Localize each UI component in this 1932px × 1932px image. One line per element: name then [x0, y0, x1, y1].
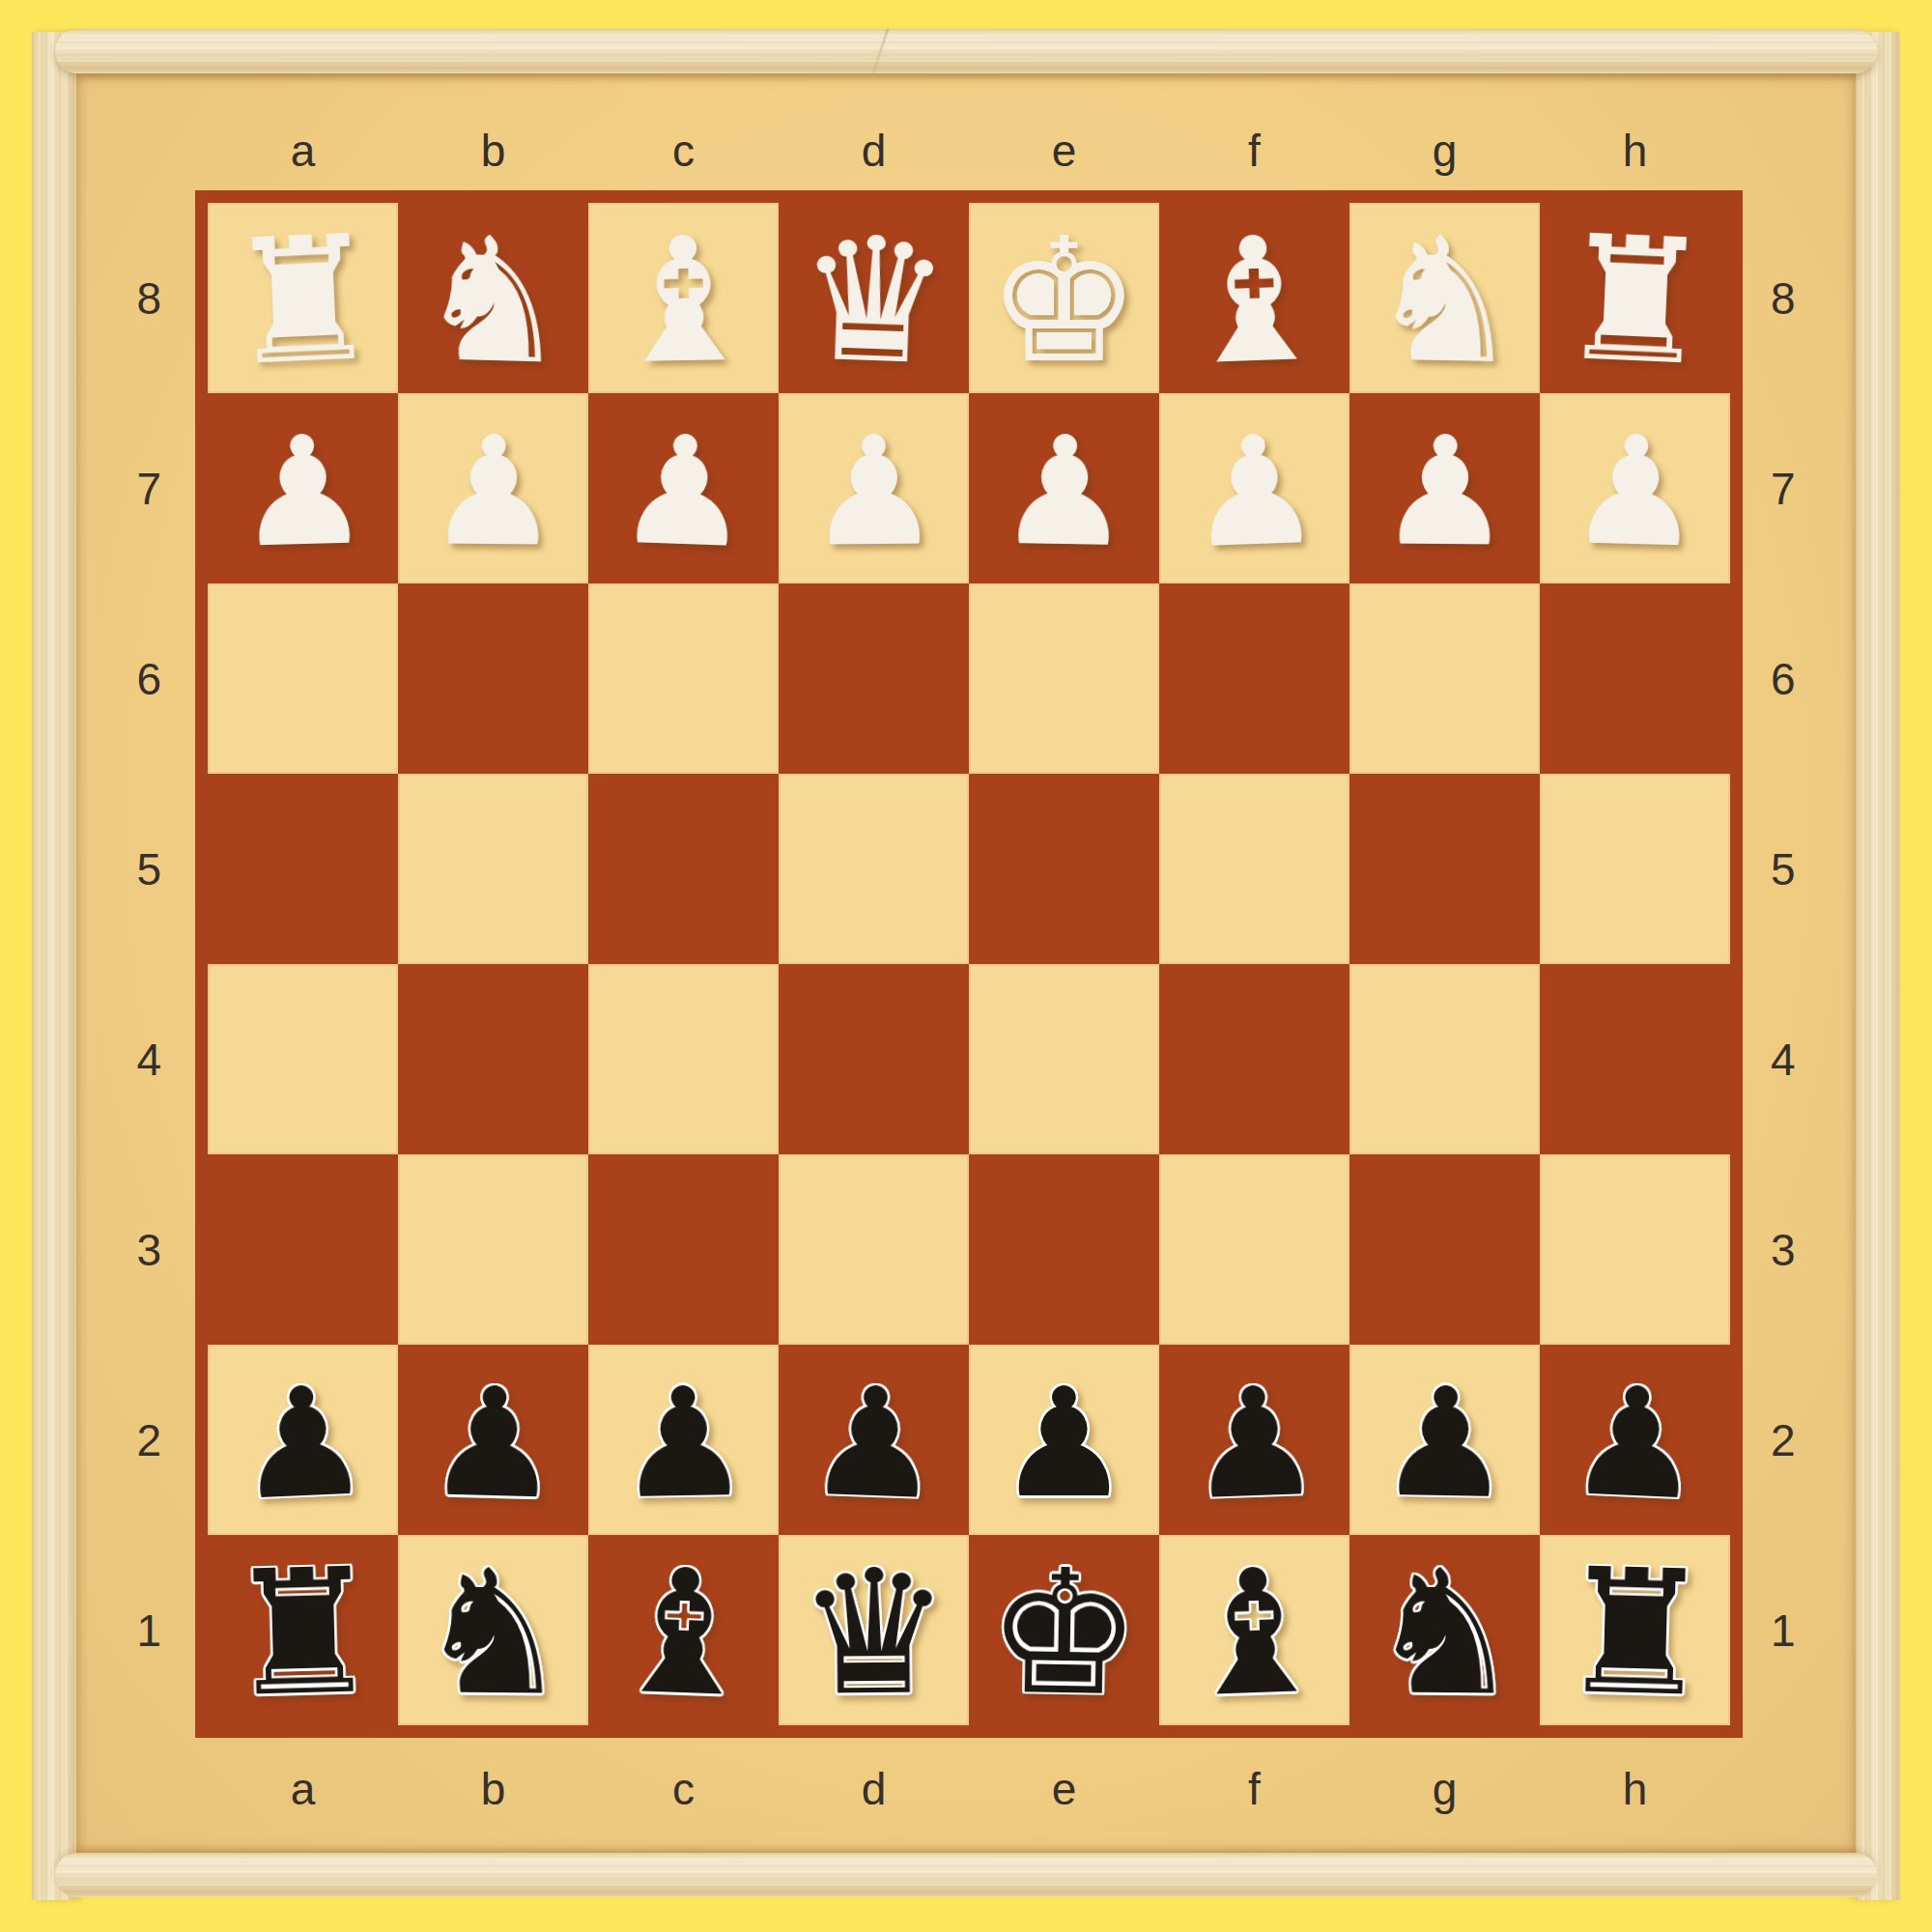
chess-board: ♜♞♝♛♚♝♞♜♟♟♟♟♟♟♟♟♟♟♟♟♟♟♟♟♜♞♝♛♚♝♞♜: [195, 190, 1743, 1738]
file-label-top-g: g: [1350, 125, 1540, 190]
square-e4[interactable]: [969, 964, 1159, 1154]
rank-label-left-7: 7: [136, 463, 194, 515]
black-knight[interactable]: ♞: [415, 1547, 571, 1719]
square-c2[interactable]: ♟: [588, 1345, 779, 1535]
white-pawn[interactable]: ♟: [1184, 413, 1324, 569]
wooden-frame-left-bar: [32, 32, 76, 1900]
black-queen[interactable]: ♛: [796, 1547, 952, 1719]
file-label-bottom-f: f: [1159, 1738, 1350, 1815]
wooden-frame-top-dowel: [55, 29, 1877, 73]
black-pawn[interactable]: ♟: [997, 1368, 1132, 1519]
square-e1[interactable]: ♚: [969, 1535, 1159, 1725]
rank-label-right-1: 1: [1738, 1605, 1796, 1657]
file-label-bottom-d: d: [779, 1738, 969, 1815]
square-g2[interactable]: ♟: [1350, 1345, 1540, 1535]
black-pawn[interactable]: ♟: [804, 1365, 944, 1520]
white-rook[interactable]: ♜: [222, 212, 384, 390]
black-pawn[interactable]: ♟: [1564, 1365, 1706, 1521]
square-b1[interactable]: ♞: [398, 1535, 588, 1725]
rank-labels-left: 87654321: [76, 203, 194, 1725]
file-label-bottom-h: h: [1540, 1738, 1730, 1815]
black-pawn[interactable]: ♟: [1376, 1366, 1514, 1519]
rank-label-right-2: 2: [1738, 1414, 1796, 1466]
square-f3[interactable]: [1159, 1154, 1350, 1345]
file-label-bottom-b: b: [398, 1738, 588, 1815]
dowel-joint-seam: [872, 29, 890, 73]
white-rook[interactable]: ♜: [1554, 212, 1716, 390]
square-h3[interactable]: [1540, 1154, 1730, 1345]
white-knight[interactable]: ♞: [413, 213, 572, 388]
square-f6[interactable]: [1159, 583, 1350, 774]
rank-label-right-5: 5: [1738, 843, 1796, 895]
square-g3[interactable]: [1350, 1154, 1540, 1345]
white-pawn[interactable]: ♟: [234, 414, 373, 569]
black-knight[interactable]: ♞: [1367, 1547, 1522, 1719]
square-h5[interactable]: [1540, 774, 1730, 964]
square-d2[interactable]: ♟: [779, 1345, 969, 1535]
square-f2[interactable]: ♟: [1159, 1345, 1350, 1535]
square-g4[interactable]: [1350, 964, 1540, 1154]
rank-label-right-8: 8: [1738, 272, 1796, 325]
square-f5[interactable]: [1159, 774, 1350, 964]
white-pawn[interactable]: ♟: [1565, 414, 1704, 569]
white-pawn[interactable]: ♟: [425, 415, 561, 567]
rank-labels-right: 87654321: [1738, 203, 1856, 1725]
white-knight[interactable]: ♞: [1366, 213, 1523, 388]
square-d6[interactable]: [779, 583, 969, 774]
rank-label-left-2: 2: [136, 1414, 194, 1466]
square-e8[interactable]: ♚: [969, 203, 1159, 393]
square-c3[interactable]: [588, 1154, 779, 1345]
file-label-bottom-e: e: [969, 1738, 1159, 1815]
square-c5[interactable]: [588, 774, 779, 964]
black-bishop[interactable]: ♝: [1175, 1545, 1335, 1721]
white-pawn[interactable]: ♟: [1377, 415, 1513, 567]
square-a2[interactable]: ♟: [208, 1345, 398, 1535]
square-b8[interactable]: ♞: [398, 203, 588, 393]
file-label-top-a: a: [208, 125, 398, 190]
file-label-top-h: h: [1540, 125, 1730, 190]
rank-label-left-3: 3: [136, 1224, 194, 1276]
square-a6[interactable]: [208, 583, 398, 774]
black-rook[interactable]: ♜: [1555, 1545, 1714, 1720]
square-a4[interactable]: [208, 964, 398, 1154]
square-d3[interactable]: [779, 1154, 969, 1345]
square-c1[interactable]: ♝: [588, 1535, 779, 1725]
white-bishop[interactable]: ♝: [1175, 213, 1335, 389]
black-rook[interactable]: ♜: [223, 1545, 382, 1720]
square-h4[interactable]: [1540, 964, 1730, 1154]
rank-label-left-1: 1: [136, 1605, 194, 1657]
square-c4[interactable]: [588, 964, 779, 1154]
square-f7[interactable]: ♟: [1159, 393, 1350, 583]
square-d8[interactable]: ♛: [779, 203, 969, 393]
square-h8[interactable]: ♜: [1540, 203, 1730, 393]
rank-label-right-3: 3: [1738, 1224, 1796, 1276]
square-g8[interactable]: ♞: [1350, 203, 1540, 393]
file-label-bottom-a: a: [208, 1738, 398, 1815]
square-d4[interactable]: [779, 964, 969, 1154]
square-h7[interactable]: ♟: [1540, 393, 1730, 583]
square-h2[interactable]: ♟: [1540, 1345, 1730, 1535]
square-a7[interactable]: ♟: [208, 393, 398, 583]
square-e3[interactable]: [969, 1154, 1159, 1345]
white-king[interactable]: ♚: [987, 215, 1142, 387]
square-h1[interactable]: ♜: [1540, 1535, 1730, 1725]
square-g1[interactable]: ♞: [1350, 1535, 1540, 1725]
square-f4[interactable]: [1159, 964, 1350, 1154]
square-c8[interactable]: ♝: [588, 203, 779, 393]
rank-label-left-8: 8: [136, 272, 194, 325]
square-f8[interactable]: ♝: [1159, 203, 1350, 393]
white-bishop[interactable]: ♝: [605, 213, 762, 388]
photo-background: { "game": "chess", "board_type": "magnet…: [0, 0, 1932, 1932]
white-pawn[interactable]: ♟: [806, 415, 942, 567]
rank-label-left-4: 4: [136, 1034, 194, 1086]
white-queen[interactable]: ♛: [794, 213, 954, 389]
square-e5[interactable]: [969, 774, 1159, 964]
square-d5[interactable]: [779, 774, 969, 964]
square-a1[interactable]: ♜: [208, 1535, 398, 1725]
rank-label-right-6: 6: [1738, 653, 1796, 705]
black-bishop[interactable]: ♝: [604, 1545, 764, 1721]
file-labels-top: abcdefgh: [208, 73, 1730, 190]
wooden-frame-bottom-dowel: [55, 1853, 1877, 1897]
square-c6[interactable]: [588, 583, 779, 774]
square-b4[interactable]: [398, 964, 588, 1154]
square-d7[interactable]: ♟: [779, 393, 969, 583]
square-f1[interactable]: ♝: [1159, 1535, 1350, 1725]
file-labels-bottom: abcdefgh: [208, 1738, 1730, 1844]
file-label-top-f: f: [1159, 125, 1350, 190]
file-label-top-e: e: [969, 125, 1159, 190]
file-label-top-c: c: [588, 125, 779, 190]
square-b5[interactable]: [398, 774, 588, 964]
square-b3[interactable]: [398, 1154, 588, 1345]
file-label-top-b: b: [398, 125, 588, 190]
rank-label-right-4: 4: [1738, 1034, 1796, 1086]
file-label-bottom-c: c: [588, 1738, 779, 1815]
square-b6[interactable]: [398, 583, 588, 774]
white-pawn[interactable]: ♟: [613, 413, 753, 569]
square-a8[interactable]: ♜: [208, 203, 398, 393]
square-g6[interactable]: [1350, 583, 1540, 774]
square-a5[interactable]: [208, 774, 398, 964]
square-a3[interactable]: [208, 1154, 398, 1345]
black-pawn[interactable]: ♟: [232, 1365, 374, 1521]
white-pawn[interactable]: ♟: [995, 414, 1133, 567]
file-label-bottom-g: g: [1350, 1738, 1540, 1815]
black-pawn[interactable]: ♟: [614, 1366, 753, 1519]
square-g7[interactable]: ♟: [1350, 393, 1540, 583]
square-g5[interactable]: [1350, 774, 1540, 964]
square-c7[interactable]: ♟: [588, 393, 779, 583]
black-king[interactable]: ♚: [985, 1546, 1143, 1720]
square-h6[interactable]: [1540, 583, 1730, 774]
square-b7[interactable]: ♟: [398, 393, 588, 583]
rank-label-right-7: 7: [1738, 463, 1796, 515]
square-e7[interactable]: ♟: [969, 393, 1159, 583]
square-e2[interactable]: ♟: [969, 1345, 1159, 1535]
rank-label-left-6: 6: [136, 653, 194, 705]
wooden-frame-right-bar: [1856, 32, 1900, 1900]
rank-label-left-5: 5: [136, 843, 194, 895]
black-pawn[interactable]: ♟: [1184, 1365, 1324, 1520]
square-d1[interactable]: ♛: [779, 1535, 969, 1725]
square-e6[interactable]: [969, 583, 1159, 774]
file-label-top-d: d: [779, 125, 969, 190]
square-b2[interactable]: ♟: [398, 1345, 588, 1535]
black-pawn[interactable]: ♟: [423, 1366, 562, 1520]
